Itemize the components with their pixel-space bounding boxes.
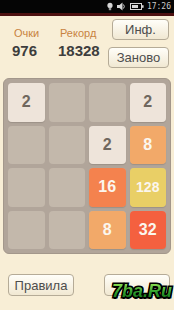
battery-icon [130, 2, 144, 11]
tile-2: 2 [130, 83, 167, 122]
game-board[interactable]: 222816128832 [3, 78, 171, 254]
cell-r4c3: 8 [89, 211, 126, 250]
cell-r2c4: 8 [130, 126, 167, 165]
cell-r4c2 [49, 211, 86, 250]
tile-32: 32 [130, 211, 167, 250]
info-button[interactable]: Инф. [112, 19, 169, 40]
tile-8: 8 [130, 126, 167, 165]
status-bar: 17:26 [0, 0, 174, 13]
record-value: 18328 [58, 42, 100, 59]
cell-r3c4: 128 [130, 168, 167, 207]
bulb-icon [106, 2, 114, 11]
cell-r3c3: 16 [89, 168, 126, 207]
rules-button[interactable]: Правила [8, 274, 74, 296]
cell-r1c2 [49, 83, 86, 122]
tile-2: 2 [89, 126, 126, 165]
score-value: 976 [12, 42, 37, 59]
7ba-ru-watermark: 7ba.Ru 7ba.Ru [110, 279, 174, 303]
speaker-icon [117, 2, 127, 11]
tile-2: 2 [8, 83, 45, 122]
cell-r3c1 [8, 168, 45, 207]
cell-r3c2 [49, 168, 86, 207]
record-label: Рекорд [60, 27, 96, 39]
clock: 17:26 [147, 2, 171, 11]
score-label: Очки [14, 27, 39, 39]
cell-r4c4: 32 [130, 211, 167, 250]
tile-16: 16 [89, 168, 126, 207]
cell-r2c2 [49, 126, 86, 165]
cell-r1c3 [89, 83, 126, 122]
tile-8: 8 [89, 211, 126, 250]
cell-r2c3: 2 [89, 126, 126, 165]
cell-r1c1: 2 [8, 83, 45, 122]
cell-r1c4: 2 [130, 83, 167, 122]
tile-128: 128 [130, 168, 167, 207]
scoreboard: Очки Рекорд 976 18328 Инф. Заново [0, 16, 174, 78]
restart-button[interactable]: Заново [108, 47, 169, 68]
cell-r4c1 [8, 211, 45, 250]
cell-r2c1 [8, 126, 45, 165]
